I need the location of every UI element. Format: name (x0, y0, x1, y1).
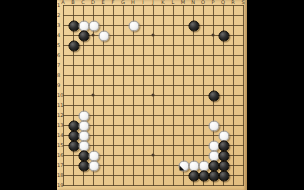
column-label: Q (220, 0, 227, 5)
row-label: 11 (57, 103, 63, 108)
column-label: R (230, 0, 237, 5)
letterbox-right-bar (247, 0, 304, 190)
stone-black[interactable] (219, 31, 230, 42)
row-label: 8 (57, 73, 63, 78)
star-point (92, 94, 95, 97)
column-label: H (130, 0, 137, 5)
column-label: O (200, 0, 207, 5)
stone-white[interactable] (209, 121, 220, 132)
stone-white[interactable] (99, 31, 110, 42)
column-label: B (70, 0, 77, 5)
stone-white[interactable] (129, 21, 140, 32)
stone-white[interactable] (89, 161, 100, 172)
row-label: 12 (57, 113, 63, 118)
column-label: K (160, 0, 167, 5)
stone-black[interactable] (79, 31, 90, 42)
row-label: 14 (57, 133, 63, 138)
column-label: P (210, 0, 217, 5)
row-label: 10 (57, 93, 63, 98)
go-board[interactable]: ABCDEFGHIJKLMNOPQRS123456789101112131415… (57, 0, 247, 190)
column-label: E (100, 0, 107, 5)
row-label: 16 (57, 153, 63, 158)
column-label: C (80, 0, 87, 5)
row-label: 1 (57, 3, 63, 8)
star-point (92, 34, 95, 37)
row-label: 9 (57, 83, 63, 88)
row-label: 4 (57, 33, 63, 38)
row-label: 13 (57, 123, 63, 128)
stone-black[interactable] (189, 21, 200, 32)
row-label: 5 (57, 43, 63, 48)
column-label: L (170, 0, 177, 5)
column-label: N (190, 0, 197, 5)
stone-black[interactable] (209, 91, 220, 102)
column-label: S (240, 0, 247, 5)
row-label: 19 (57, 183, 63, 188)
star-point (152, 154, 155, 157)
row-label: 3 (57, 23, 63, 28)
column-label: J (150, 0, 157, 5)
row-label: 15 (57, 143, 63, 148)
column-label: M (180, 0, 187, 5)
go-app-screenshot: ABCDEFGHIJKLMNOPQRS123456789101112131415… (0, 0, 304, 190)
row-label: 7 (57, 63, 63, 68)
row-label: 6 (57, 53, 63, 58)
letterbox-left-bar (0, 0, 57, 190)
star-point (152, 94, 155, 97)
stone-black[interactable] (219, 171, 230, 182)
star-point (152, 34, 155, 37)
last-move-marker (180, 166, 185, 171)
row-label: 18 (57, 173, 63, 178)
row-label: 2 (57, 13, 63, 18)
column-label: I (140, 0, 147, 5)
column-label: G (120, 0, 127, 5)
column-label: F (110, 0, 117, 5)
stone-black[interactable] (69, 41, 80, 52)
stone-white[interactable] (89, 21, 100, 32)
row-label: 17 (57, 163, 63, 168)
star-point (212, 34, 215, 37)
column-label: D (90, 0, 97, 5)
